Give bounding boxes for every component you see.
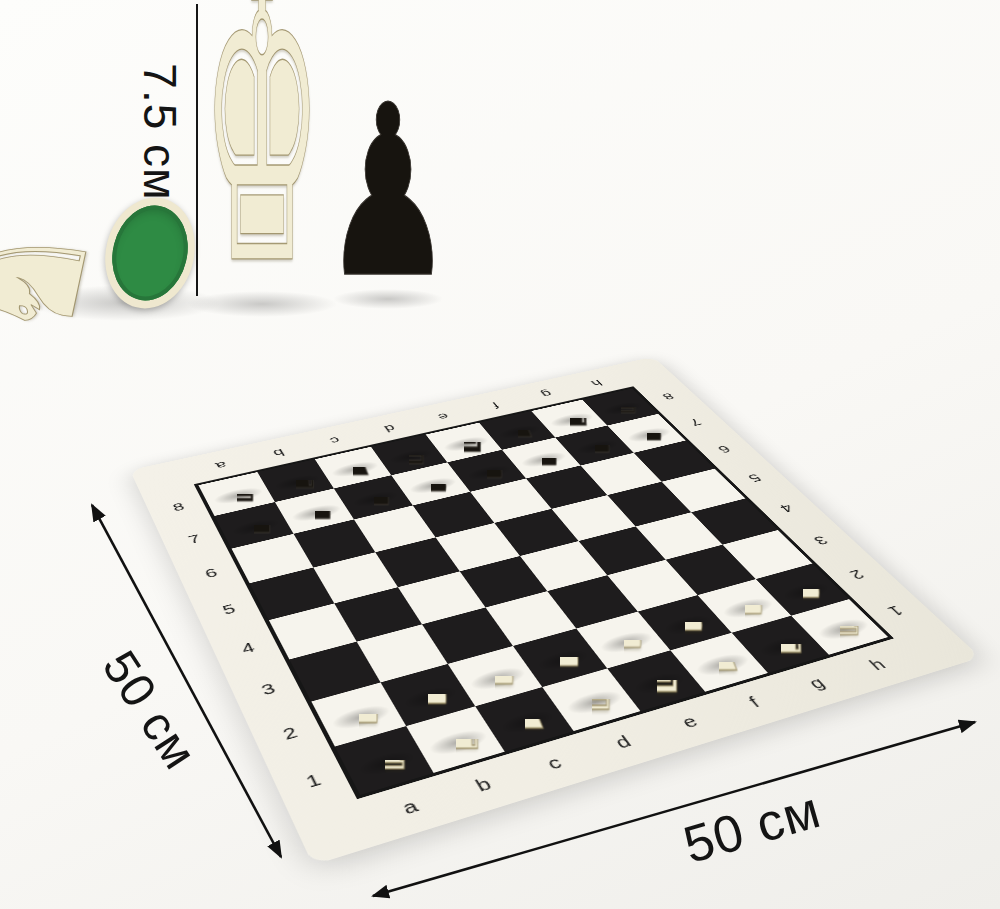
rank-label-left-8: 8 — [170, 500, 186, 513]
chess-mat: 88aa77bb66cc55dd44ee33ff22gg11hh ♜♞♝♛♚♝♞… — [130, 357, 981, 865]
board-side-label-bottom: 50 см — [677, 779, 827, 875]
rank-label-left-5: 5 — [220, 601, 238, 617]
file-label-bottom-f: f — [745, 694, 764, 711]
file-label-bottom-h: h — [865, 656, 890, 674]
board-side-label-left: 50 см — [92, 641, 208, 779]
product-photo: ♞ 7.5 см ♚ ♟ 88aa77bb66cc55dd44ee33ff22g… — [0, 0, 1000, 909]
black-pawn-display: ♟ — [322, 75, 455, 312]
rank-label-left-7: 7 — [186, 532, 203, 546]
file-label-bottom-d: d — [611, 732, 635, 752]
piece-height-label: 7.5 см — [133, 63, 187, 200]
rank-label-left-1: 1 — [302, 770, 323, 791]
rank-label-right-6: 6 — [714, 443, 733, 455]
white-king-display: ♚ — [201, 0, 322, 321]
rank-label-right-5: 5 — [744, 471, 764, 484]
file-label-bottom-e: e — [678, 712, 702, 731]
fallen-white-knight: ♞ — [0, 197, 118, 357]
rank-label-left-4: 4 — [238, 639, 257, 656]
height-measure-line — [196, 4, 198, 296]
file-label-bottom-g: g — [804, 674, 829, 692]
file-label-bottom-a: a — [399, 796, 422, 818]
file-label-bottom-c: c — [543, 753, 565, 773]
rank-label-left-6: 6 — [202, 565, 219, 580]
rank-label-left-3: 3 — [258, 680, 277, 698]
rank-label-left-2: 2 — [280, 723, 300, 743]
file-label-bottom-b: b — [472, 774, 495, 795]
